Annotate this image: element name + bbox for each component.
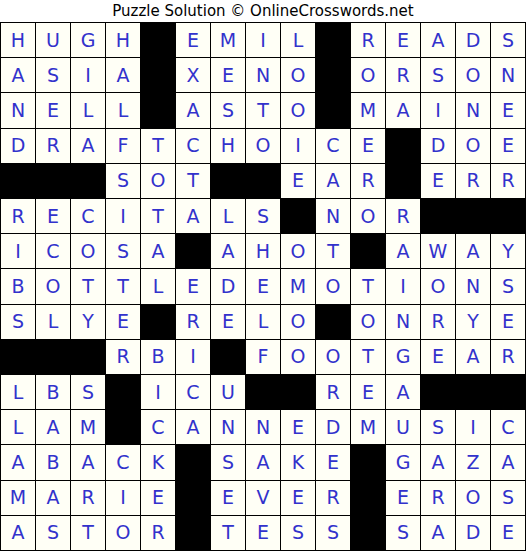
letter-cell: O [36,269,70,303]
letter-cell: B [141,340,175,374]
letter-cell: R [316,481,350,515]
letter-cell: D [316,410,350,444]
letter-cell: E [211,305,245,339]
letter-cell: D [1,129,35,163]
letter-cell: S [421,410,455,444]
letter-cell: E [281,164,315,198]
letter-cell: I [106,481,140,515]
letter-cell: U [211,375,245,409]
letter-cell: A [36,481,70,515]
letter-cell: O [141,164,175,198]
letter-cell: S [211,93,245,127]
letter-cell: A [176,93,210,127]
letter-cell: O [456,129,490,163]
letter-cell: L [211,199,245,233]
letter-cell: N [246,410,280,444]
black-cell [491,375,525,409]
letter-cell: A [421,23,455,57]
letter-cell: M [71,410,105,444]
black-cell [386,129,420,163]
letter-cell: N [246,58,280,92]
black-cell [246,375,280,409]
letter-cell: A [36,410,70,444]
letter-cell: E [351,129,385,163]
letter-cell: T [351,269,385,303]
letter-cell: S [246,199,280,233]
black-cell [281,199,315,233]
letter-cell: D [456,516,490,550]
letter-cell: E [421,340,455,374]
letter-cell: T [246,93,280,127]
letter-cell: A [316,164,350,198]
letter-cell: E [176,23,210,57]
letter-cell: T [71,269,105,303]
letter-cell: O [421,269,455,303]
black-cell [176,234,210,268]
letter-cell: E [246,516,280,550]
letter-cell: O [351,199,385,233]
puzzle-solution-page: Puzzle Solution © OnlineCrosswords.net H… [0,0,526,551]
letter-cell: S [211,445,245,479]
black-cell [491,199,525,233]
black-cell [456,375,490,409]
letter-cell: S [491,269,525,303]
letter-cell: C [141,410,175,444]
letter-cell: I [386,269,420,303]
letter-cell: Y [491,234,525,268]
letter-cell: I [106,199,140,233]
letter-cell: L [281,23,315,57]
letter-cell: M [211,23,245,57]
letter-cell: H [211,129,245,163]
black-cell [71,340,105,374]
letter-cell: U [36,23,70,57]
letter-cell: F [106,129,140,163]
black-cell [36,164,70,198]
letter-cell: R [176,305,210,339]
letter-cell: E [386,481,420,515]
letter-cell: E [106,305,140,339]
letter-cell: N [456,93,490,127]
letter-cell: E [491,93,525,127]
letter-cell: A [1,58,35,92]
letter-cell: A [386,375,420,409]
black-cell [246,164,280,198]
letter-cell: N [491,58,525,92]
letter-cell: E [36,93,70,127]
letter-cell: C [36,234,70,268]
letter-cell: R [491,340,525,374]
black-cell [106,375,140,409]
letter-cell: O [246,129,280,163]
letter-cell: K [281,445,315,479]
letter-cell: E [491,516,525,550]
letter-cell: E [36,199,70,233]
letter-cell: A [211,234,245,268]
letter-cell: O [456,481,490,515]
letter-cell: A [71,129,105,163]
letter-cell: A [106,58,140,92]
letter-cell: R [456,164,490,198]
letter-cell: Y [456,305,490,339]
letter-cell: S [281,516,315,550]
letter-cell: I [456,410,490,444]
letter-cell: B [36,445,70,479]
letter-cell: R [71,481,105,515]
letter-cell: S [491,23,525,57]
black-cell [71,164,105,198]
letter-cell: T [176,164,210,198]
black-cell [141,23,175,57]
letter-cell: M [351,93,385,127]
letter-cell: A [1,516,35,550]
letter-cell: H [1,23,35,57]
letter-cell: M [1,481,35,515]
letter-cell: A [176,410,210,444]
letter-cell: N [456,269,490,303]
letter-cell: T [141,199,175,233]
letter-cell: N [386,305,420,339]
title-bar: Puzzle Solution © OnlineCrosswords.net [0,0,526,22]
letter-cell: O [351,305,385,339]
black-cell [211,164,245,198]
letter-cell: R [141,516,175,550]
letter-cell: E [351,375,385,409]
letter-cell: E [141,481,175,515]
letter-cell: R [386,199,420,233]
letter-cell: H [246,234,280,268]
letter-cell: E [491,305,525,339]
letter-cell: R [316,375,350,409]
black-cell [316,93,350,127]
letter-cell: E [246,269,280,303]
letter-cell: C [71,199,105,233]
letter-cell: R [351,23,385,57]
letter-cell: O [316,269,350,303]
letter-cell: I [141,375,175,409]
black-cell [36,340,70,374]
letter-cell: R [421,481,455,515]
letter-cell: I [421,93,455,127]
letter-cell: E [281,481,315,515]
letter-cell: C [316,129,350,163]
letter-cell: L [1,375,35,409]
letter-cell: Z [456,445,490,479]
black-cell [421,199,455,233]
letter-cell: S [421,58,455,92]
letter-cell: L [141,269,175,303]
letter-cell: E [281,410,315,444]
letter-cell: I [246,23,280,57]
letter-cell: K [141,445,175,479]
letter-cell: E [421,164,455,198]
letter-cell: A [1,445,35,479]
letter-cell: S [1,305,35,339]
letter-cell: R [1,199,35,233]
letter-cell: E [211,481,245,515]
letter-cell: R [106,340,140,374]
letter-cell: E [491,129,525,163]
letter-cell: C [176,129,210,163]
letter-cell: N [316,199,350,233]
letter-cell: A [176,199,210,233]
letter-cell: A [456,340,490,374]
black-cell [141,58,175,92]
black-cell [386,164,420,198]
letter-cell: E [176,269,210,303]
letter-cell: S [71,375,105,409]
letter-cell: S [491,481,525,515]
letter-cell: T [316,234,350,268]
black-cell [1,164,35,198]
letter-cell: O [281,340,315,374]
letter-cell: N [211,410,245,444]
black-cell [1,340,35,374]
letter-cell: O [351,58,385,92]
letter-cell: I [1,234,35,268]
letter-cell: O [106,516,140,550]
letter-cell: U [386,410,420,444]
letter-cell: Y [71,305,105,339]
letter-cell: C [106,445,140,479]
letter-cell: S [106,234,140,268]
letter-cell: S [386,516,420,550]
letter-cell: S [36,516,70,550]
black-cell [421,375,455,409]
letter-cell: D [211,269,245,303]
black-cell [456,199,490,233]
black-cell [351,516,385,550]
letter-cell: I [281,129,315,163]
crossword-grid: HUGHEMILREADSASIAXENOORSONNELLASTOMAINED… [0,22,526,551]
letter-cell: A [421,445,455,479]
letter-cell: O [71,234,105,268]
letter-cell: B [36,375,70,409]
letter-cell: O [281,234,315,268]
black-cell [141,305,175,339]
black-cell [351,481,385,515]
letter-cell: B [1,269,35,303]
black-cell [351,234,385,268]
letter-cell: E [316,445,350,479]
letter-cell: A [491,445,525,479]
letter-cell: T [106,269,140,303]
letter-cell: S [316,516,350,550]
letter-cell: R [36,129,70,163]
letter-cell: X [176,58,210,92]
black-cell [281,375,315,409]
black-cell [316,23,350,57]
letter-cell: S [106,164,140,198]
letter-cell: R [351,164,385,198]
letter-cell: V [246,481,280,515]
letter-cell: M [281,269,315,303]
letter-cell: R [386,58,420,92]
black-cell [351,445,385,479]
letter-cell: N [1,93,35,127]
letter-cell: O [281,58,315,92]
letter-cell: O [281,305,315,339]
letter-cell: D [421,129,455,163]
letter-cell: T [211,516,245,550]
letter-cell: L [106,93,140,127]
black-cell [316,305,350,339]
letter-cell: C [176,375,210,409]
letter-cell: E [211,58,245,92]
letter-cell: O [456,58,490,92]
letter-cell: O [281,93,315,127]
page-title: Puzzle Solution © OnlineCrosswords.net [112,0,413,22]
letter-cell: O [316,340,350,374]
letter-cell: A [456,234,490,268]
letter-cell: A [141,234,175,268]
letter-cell: R [491,164,525,198]
letter-cell: G [71,23,105,57]
letter-cell: G [386,445,420,479]
letter-cell: W [421,234,455,268]
letter-cell: I [71,58,105,92]
letter-cell: T [141,129,175,163]
black-cell [211,340,245,374]
letter-cell: L [71,93,105,127]
letter-cell: M [351,410,385,444]
letter-cell: A [421,516,455,550]
letter-cell: F [246,340,280,374]
letter-cell: A [246,445,280,479]
letter-cell: S [36,58,70,92]
black-cell [106,410,140,444]
black-cell [176,516,210,550]
black-cell [141,93,175,127]
letter-cell: G [386,340,420,374]
black-cell [316,58,350,92]
letter-cell: L [1,410,35,444]
letter-cell: T [351,340,385,374]
letter-cell: L [246,305,280,339]
letter-cell: I [176,340,210,374]
black-cell [176,481,210,515]
letter-cell: A [71,445,105,479]
letter-cell: E [386,23,420,57]
letter-cell: R [421,305,455,339]
letter-cell: A [386,234,420,268]
letter-cell: T [71,516,105,550]
letter-cell: D [456,23,490,57]
letter-cell: A [386,93,420,127]
letter-cell: H [106,23,140,57]
letter-cell: L [36,305,70,339]
black-cell [176,445,210,479]
letter-cell: C [491,410,525,444]
